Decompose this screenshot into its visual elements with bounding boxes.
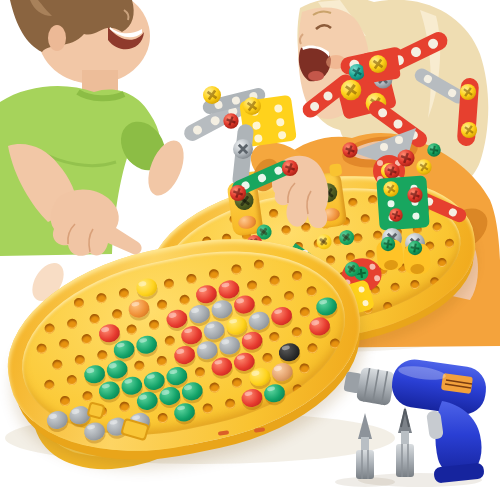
- child-left-pointing-hand: [8, 144, 142, 256]
- product-photo-scene: [0, 0, 500, 500]
- drill-body: [389, 357, 489, 418]
- left-hand: [51, 189, 142, 255]
- flat-point-bit[interactable]: [356, 413, 374, 479]
- drill-chuck: [342, 364, 395, 406]
- toy-drill-set: [330, 355, 500, 490]
- phillips-point-bit[interactable]: [396, 407, 414, 477]
